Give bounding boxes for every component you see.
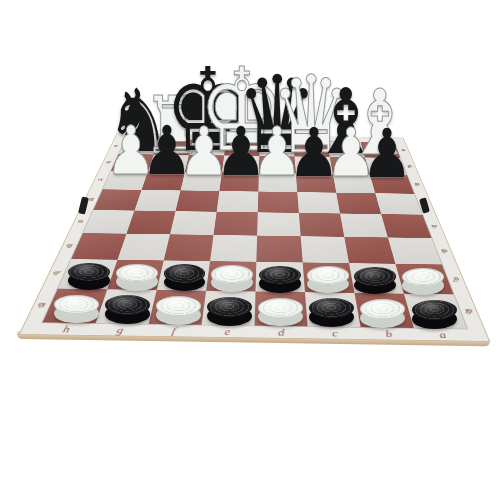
square-b2 [330,157,370,174]
square-d1 [259,141,294,157]
label-file-b-bottom: b [361,329,417,339]
square-e4 [217,191,259,212]
square-e3 [219,172,258,191]
square-d6 [256,236,302,263]
square-a1 [361,142,401,158]
label-file-f-bottom: f [146,326,201,336]
square-c2 [295,156,333,173]
snap-fastener [38,303,45,306]
square-f7 [157,260,210,290]
square-g7 [107,260,163,290]
snap-fastener [114,145,118,147]
square-e5 [214,212,258,236]
square-h1 [119,139,159,155]
square-f4 [176,190,220,211]
square-c5 [299,213,344,237]
board-plane: hhggffeeddccbbaa1122334455667788 [20,134,489,341]
square-a6 [388,237,442,264]
square-g3 [142,171,185,190]
square-d2 [259,156,296,173]
square-f2 [185,155,224,172]
square-f1 [189,140,226,156]
coordinate-labels: hhggffeeddccbbaa1122334455667788 [117,134,403,138]
square-a2 [365,157,407,174]
square-g5 [126,211,175,235]
square-a7 [395,264,453,295]
square-a4 [375,193,422,214]
square-a8 [404,294,467,329]
square-b6 [344,237,395,264]
snap-fastener [402,149,406,151]
square-g6 [117,234,170,261]
square-b4 [336,193,381,214]
square-b1 [327,142,365,158]
square-e6 [210,235,257,262]
square-c4 [297,192,340,213]
snap-fastener [453,277,459,280]
square-c6 [301,236,349,263]
square-c1 [293,141,329,157]
chessboard: hhggffeeddccbbaa1122334455667788 ♞♜♚♚♛♛♝… [15,130,500,362]
snap-fastener [98,179,103,181]
square-f3 [180,172,221,191]
label-file-a-bottom: a [414,330,471,340]
square-g2 [148,154,189,171]
square-f6 [164,234,214,261]
square-d5 [257,212,301,236]
square-f8 [149,290,207,325]
snap-fastener [53,271,59,274]
square-g8 [96,289,157,324]
square-d8 [255,291,308,326]
label-file-c-bottom: c [308,329,363,339]
snap-fastener [408,165,412,167]
square-a3 [370,174,414,193]
square-h3 [103,171,148,190]
snap-fasteners [117,134,403,138]
square-d7 [256,262,305,292]
snap-fastener [432,225,437,227]
snap-fastener [78,220,83,222]
square-b5 [340,214,388,238]
snap-fastener [66,244,72,247]
square-d3 [258,173,297,192]
square-e1 [224,140,260,156]
label-file-e-bottom: e [200,327,254,337]
square-f5 [170,211,217,235]
square-c8 [305,292,361,327]
snap-fastener [106,161,110,163]
label-file-g-bottom: g [92,325,148,335]
square-e2 [222,155,259,172]
snap-fastener [466,309,473,312]
label-file-d-bottom: d [254,328,308,338]
snap-fastener [88,198,93,200]
product-photo: hhggffeeddccbbaa1122334455667788 ♞♜♚♚♛♛♝… [0,0,500,500]
square-a5 [381,214,431,238]
square-c3 [296,173,336,192]
snap-fastener [415,183,420,185]
square-b3 [333,174,375,193]
square-e8 [202,291,256,326]
square-e7 [206,261,256,291]
snap-fastener [442,249,448,252]
square-d4 [258,192,299,213]
square-c7 [303,262,355,293]
square-g4 [134,190,180,211]
label-file-h-bottom: h [38,325,95,335]
board-squares [43,139,467,329]
square-g1 [154,139,193,155]
square-h2 [111,154,154,171]
